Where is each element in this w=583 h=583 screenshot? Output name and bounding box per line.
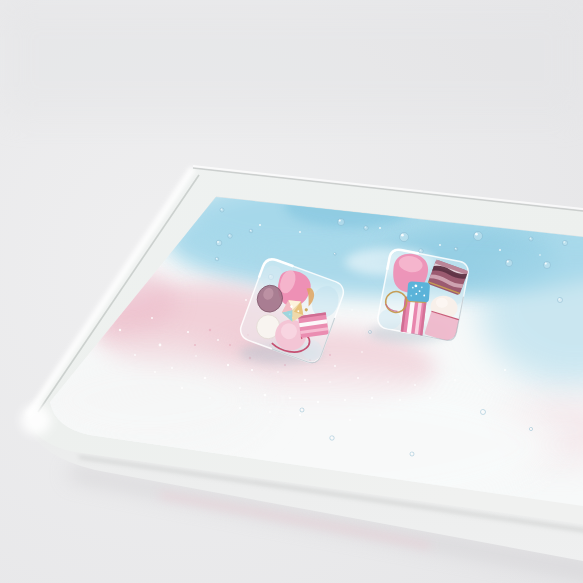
white-speckle	[504, 369, 506, 371]
white-speckle	[379, 227, 381, 229]
pink-speckle	[229, 344, 231, 346]
white-speckle	[299, 414, 301, 416]
droplet-highlight	[401, 234, 404, 237]
water-droplet	[338, 219, 345, 226]
white-speckle	[371, 397, 373, 399]
droplet-highlight	[216, 258, 217, 259]
pink-speckle	[194, 344, 196, 346]
white-speckle	[154, 371, 156, 373]
white-speckle	[479, 389, 481, 391]
water-droplet	[419, 249, 423, 253]
pink-speckle	[284, 364, 286, 366]
droplet-highlight	[217, 241, 219, 243]
droplet-highlight	[411, 453, 412, 454]
white-speckle	[119, 329, 121, 331]
tray-corner-glow	[21, 405, 51, 435]
white-speckle	[277, 371, 279, 373]
white-speckle	[539, 254, 541, 256]
white-speckle	[399, 399, 401, 401]
white-speckle	[387, 381, 389, 383]
white-speckle	[349, 419, 351, 421]
water-droplet	[364, 226, 368, 230]
droplet-highlight	[507, 261, 509, 263]
droplet-highlight	[365, 226, 366, 227]
white-speckle	[209, 397, 211, 399]
water-droplet	[220, 208, 224, 212]
white-speckle	[439, 244, 441, 246]
white-speckle	[357, 377, 359, 379]
droplet-highlight	[475, 233, 478, 236]
white-speckle	[454, 379, 456, 381]
droplet-highlight	[334, 253, 335, 254]
white-speckle	[317, 401, 319, 403]
blue-glitter-piece	[407, 281, 430, 302]
droplet-highlight	[420, 249, 421, 250]
white-speckle	[429, 397, 431, 399]
white-speckle	[239, 407, 241, 409]
white-speckle	[259, 224, 261, 226]
white-speckle	[227, 364, 229, 366]
white-speckle	[151, 317, 153, 319]
striped-pink-piece	[298, 312, 329, 338]
white-speckle	[499, 249, 501, 251]
water-droplet	[400, 233, 409, 242]
droplet-highlight	[545, 263, 547, 265]
droplet-highlight	[339, 220, 341, 222]
water-droplet	[334, 253, 336, 255]
droplet-highlight	[301, 409, 302, 410]
white-speckle	[329, 381, 331, 383]
white-speckle	[299, 231, 301, 233]
water-droplet	[563, 241, 568, 246]
white-speckle	[171, 367, 173, 369]
white-speckle	[334, 365, 336, 367]
white-speckle	[187, 331, 189, 333]
water-droplet	[410, 452, 414, 456]
scene	[0, 0, 583, 583]
water-droplet	[529, 237, 533, 241]
white-speckle	[304, 379, 306, 381]
droplet-highlight	[455, 248, 456, 249]
droplet-highlight	[250, 230, 251, 231]
droplet-highlight	[530, 428, 531, 429]
water-droplet	[558, 298, 563, 303]
product-photo	[0, 0, 583, 583]
water-droplet	[454, 247, 458, 251]
background-top-shading	[0, 0, 583, 120]
water-droplet	[216, 240, 222, 246]
white-speckle	[159, 344, 162, 347]
water-droplet	[544, 262, 551, 269]
white-speckle	[344, 399, 346, 401]
droplet-highlight	[558, 298, 560, 300]
white-speckle	[217, 339, 219, 341]
white-speckle	[289, 397, 291, 399]
white-speckle	[245, 299, 247, 301]
water-droplet	[529, 427, 532, 430]
white-speckle	[269, 411, 271, 413]
white-speckle	[414, 384, 416, 386]
water-droplet	[474, 232, 483, 241]
droplet-highlight	[221, 209, 222, 210]
white-speckle	[351, 309, 353, 311]
water-droplet	[228, 234, 232, 238]
white-speckle	[251, 369, 253, 371]
white-speckle	[134, 354, 136, 356]
water-droplet	[481, 410, 486, 415]
white-speckle	[195, 355, 197, 357]
white-speckle	[181, 387, 183, 389]
white-speckle	[379, 414, 381, 416]
white-speckle	[361, 351, 363, 353]
water-droplet	[506, 260, 513, 267]
droplet-highlight	[563, 241, 565, 243]
water-droplet	[249, 229, 253, 233]
water-droplet	[300, 408, 304, 412]
white-speckle	[204, 377, 207, 380]
droplet-highlight	[481, 410, 483, 412]
water-droplet	[215, 257, 219, 261]
white-speckle	[239, 387, 241, 389]
pink-speckle	[209, 329, 211, 331]
pink-speckle	[329, 354, 331, 356]
droplet-highlight	[530, 238, 531, 239]
droplet-highlight	[331, 436, 332, 437]
white-speckle	[264, 394, 267, 397]
droplet-highlight	[229, 234, 230, 235]
water-droplet	[330, 436, 334, 440]
